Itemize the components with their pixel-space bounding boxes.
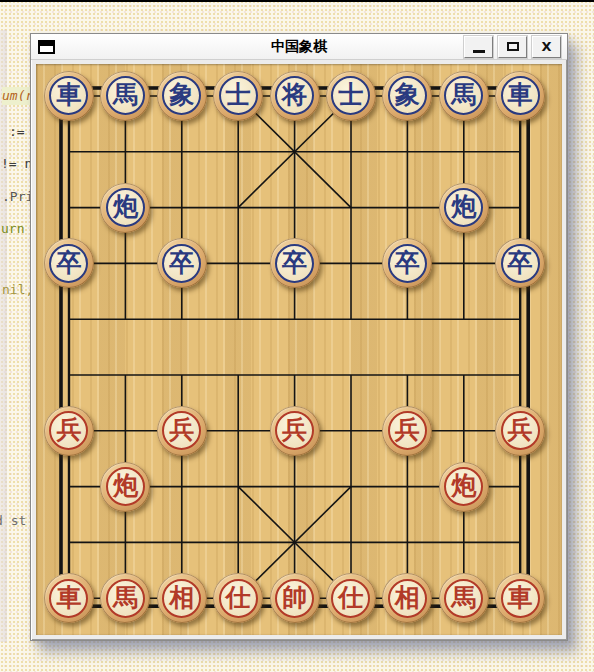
piece-grid: 車馬象士将士象馬車炮炮卒卒卒卒卒兵兵兵兵兵炮炮車馬相仕帥仕相馬車 xyxy=(41,68,549,626)
xiangqi-board: 車馬象士将士象馬車炮炮卒卒卒卒卒兵兵兵兵兵炮炮車馬相仕帥仕相馬車 xyxy=(36,64,562,635)
piece-black-炮[interactable]: 炮 xyxy=(439,183,489,233)
piece-glyph: 卒 xyxy=(282,250,307,275)
minimize-icon xyxy=(473,50,485,53)
piece-glyph: 馬 xyxy=(451,82,476,107)
maximize-button[interactable] xyxy=(498,36,527,58)
piece-glyph: 兵 xyxy=(508,417,533,442)
piece-face: 卒 xyxy=(501,244,540,283)
code-fragment: != n xyxy=(1,156,32,172)
piece-black-炮[interactable]: 炮 xyxy=(100,183,150,233)
piece-black-車[interactable]: 車 xyxy=(44,71,94,121)
piece-face: 卒 xyxy=(275,244,314,283)
piece-face: 馬 xyxy=(444,76,483,115)
piece-glyph: 兵 xyxy=(282,417,307,442)
piece-glyph: 馬 xyxy=(451,585,476,610)
piece-glyph: 車 xyxy=(508,585,533,610)
screenshot-root: { "game": "xiangqi", "window": { "title"… xyxy=(0,0,594,672)
piece-glyph: 仕 xyxy=(338,585,363,610)
piece-glyph: 炮 xyxy=(113,194,138,219)
piece-glyph: 車 xyxy=(56,585,81,610)
code-fragment: := xyxy=(9,124,25,140)
piece-face: 兵 xyxy=(275,411,314,450)
piece-face: 炮 xyxy=(106,467,145,506)
piece-black-象[interactable]: 象 xyxy=(157,71,207,121)
piece-glyph: 卒 xyxy=(395,250,420,275)
piece-red-兵[interactable]: 兵 xyxy=(495,406,545,456)
piece-glyph: 炮 xyxy=(451,473,476,498)
xiangqi-window: 中国象棋 X xyxy=(30,33,568,641)
piece-black-卒[interactable]: 卒 xyxy=(270,238,320,288)
piece-black-卒[interactable]: 卒 xyxy=(495,238,545,288)
piece-glyph: 兵 xyxy=(169,417,194,442)
piece-black-馬[interactable]: 馬 xyxy=(100,71,150,121)
piece-red-相[interactable]: 相 xyxy=(382,573,432,623)
piece-red-兵[interactable]: 兵 xyxy=(270,406,320,456)
piece-red-炮[interactable]: 炮 xyxy=(439,462,489,512)
piece-face: 兵 xyxy=(49,411,88,450)
piece-black-士[interactable]: 士 xyxy=(326,71,376,121)
piece-glyph: 象 xyxy=(395,82,420,107)
piece-glyph: 帥 xyxy=(282,585,307,610)
piece-red-帥[interactable]: 帥 xyxy=(270,573,320,623)
piece-face: 帥 xyxy=(275,579,314,618)
piece-face: 象 xyxy=(388,76,427,115)
piece-face: 車 xyxy=(49,579,88,618)
piece-red-仕[interactable]: 仕 xyxy=(326,573,376,623)
piece-face: 仕 xyxy=(331,579,370,618)
piece-glyph: 兵 xyxy=(56,417,81,442)
piece-red-兵[interactable]: 兵 xyxy=(382,406,432,456)
piece-red-車[interactable]: 車 xyxy=(495,573,545,623)
code-fragment: nil, xyxy=(2,282,33,298)
piece-glyph: 仕 xyxy=(226,585,251,610)
piece-face: 仕 xyxy=(219,579,258,618)
piece-glyph: 馬 xyxy=(113,82,138,107)
piece-face: 馬 xyxy=(444,579,483,618)
screen-top-strip xyxy=(0,0,594,2)
piece-black-車[interactable]: 車 xyxy=(495,71,545,121)
piece-black-卒[interactable]: 卒 xyxy=(157,238,207,288)
piece-face: 卒 xyxy=(49,244,88,283)
piece-glyph: 卒 xyxy=(508,250,533,275)
close-icon: X xyxy=(541,40,551,53)
piece-red-馬[interactable]: 馬 xyxy=(439,573,489,623)
piece-face: 象 xyxy=(162,76,201,115)
editor-scrollbar[interactable] xyxy=(0,30,7,642)
piece-red-車[interactable]: 車 xyxy=(44,573,94,623)
code-fragment: urn xyxy=(1,221,24,237)
piece-red-馬[interactable]: 馬 xyxy=(100,573,150,623)
piece-glyph: 相 xyxy=(169,585,194,610)
piece-face: 士 xyxy=(219,76,258,115)
piece-face: 車 xyxy=(49,76,88,115)
minimize-button[interactable] xyxy=(464,36,493,58)
piece-glyph: 士 xyxy=(338,82,363,107)
piece-glyph: 相 xyxy=(395,585,420,610)
code-fragment: d st xyxy=(0,513,26,529)
window-titlebar[interactable]: 中国象棋 X xyxy=(31,34,567,60)
piece-face: 車 xyxy=(501,579,540,618)
piece-face: 兵 xyxy=(162,411,201,450)
piece-glyph: 卒 xyxy=(169,250,194,275)
piece-black-士[interactable]: 士 xyxy=(213,71,263,121)
piece-glyph: 炮 xyxy=(451,194,476,219)
code-fragment: .Pri xyxy=(2,189,33,205)
piece-black-象[interactable]: 象 xyxy=(382,71,432,121)
piece-black-卒[interactable]: 卒 xyxy=(44,238,94,288)
close-button[interactable]: X xyxy=(532,36,561,58)
piece-face: 将 xyxy=(275,76,314,115)
piece-red-仕[interactable]: 仕 xyxy=(213,573,263,623)
piece-face: 炮 xyxy=(444,467,483,506)
piece-black-馬[interactable]: 馬 xyxy=(439,71,489,121)
piece-red-兵[interactable]: 兵 xyxy=(44,406,94,456)
piece-face: 相 xyxy=(162,579,201,618)
piece-glyph: 卒 xyxy=(56,250,81,275)
maximize-icon xyxy=(507,42,519,51)
piece-red-炮[interactable]: 炮 xyxy=(100,462,150,512)
piece-red-兵[interactable]: 兵 xyxy=(157,406,207,456)
piece-face: 卒 xyxy=(388,244,427,283)
piece-glyph: 士 xyxy=(226,82,251,107)
piece-red-相[interactable]: 相 xyxy=(157,573,207,623)
piece-glyph: 車 xyxy=(508,82,533,107)
piece-glyph: 象 xyxy=(169,82,194,107)
piece-face: 炮 xyxy=(106,188,145,227)
piece-face: 士 xyxy=(331,76,370,115)
piece-glyph: 将 xyxy=(282,82,307,107)
piece-face: 馬 xyxy=(106,579,145,618)
piece-face: 馬 xyxy=(106,76,145,115)
piece-face: 相 xyxy=(388,579,427,618)
piece-face: 卒 xyxy=(162,244,201,283)
piece-face: 兵 xyxy=(501,411,540,450)
piece-glyph: 馬 xyxy=(113,585,138,610)
piece-face: 車 xyxy=(501,76,540,115)
piece-black-将[interactable]: 将 xyxy=(270,71,320,121)
piece-glyph: 車 xyxy=(56,82,81,107)
piece-black-卒[interactable]: 卒 xyxy=(382,238,432,288)
piece-glyph: 炮 xyxy=(113,473,138,498)
piece-face: 炮 xyxy=(444,188,483,227)
piece-glyph: 兵 xyxy=(395,417,420,442)
piece-face: 兵 xyxy=(388,411,427,450)
